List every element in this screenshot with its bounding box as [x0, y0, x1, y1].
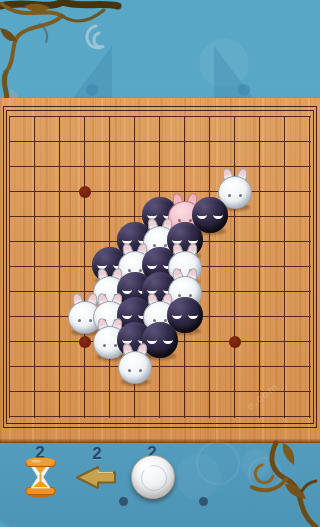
- stone-white: [118, 343, 152, 384]
- corner-vine-decoration-bottom-right: [232, 437, 320, 527]
- star-point: [229, 336, 241, 348]
- star-point: [79, 186, 91, 198]
- background-dot-right: [238, 84, 250, 96]
- go-board[interactable]: e.com: [0, 98, 320, 443]
- star-point: [79, 336, 91, 348]
- game-screen: www com e.com 2 2 2: [0, 0, 320, 527]
- indicator-dot-2: [199, 497, 208, 506]
- stone-button-facet: [141, 465, 167, 491]
- undo-arrow-button[interactable]: [73, 464, 120, 491]
- white-stone-button[interactable]: [131, 455, 175, 499]
- corner-vine-decoration-top-left: [0, 0, 130, 112]
- indicator-dot-1: [119, 497, 128, 506]
- undo-count: 2: [77, 444, 117, 464]
- hourglass-icon: [22, 457, 59, 498]
- background-sail-watermark-right: [214, 46, 256, 102]
